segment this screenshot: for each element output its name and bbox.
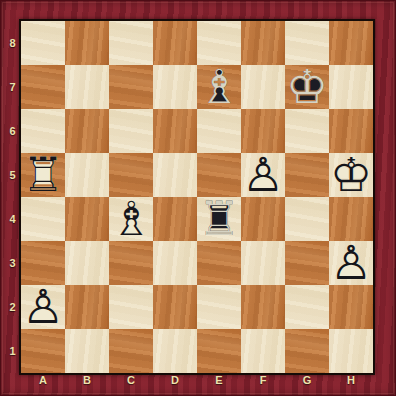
square-b5[interactable] <box>65 153 109 197</box>
square-d6[interactable] <box>153 109 197 153</box>
square-a4[interactable] <box>21 197 65 241</box>
file-label-e: E <box>197 374 241 386</box>
piece-black-bishop-e7[interactable]: ♝♗ <box>197 65 241 109</box>
square-d8[interactable] <box>153 21 197 65</box>
square-a8[interactable] <box>21 21 65 65</box>
square-e1[interactable] <box>197 329 241 373</box>
piece-black-rook-e4[interactable]: ♜♖ <box>197 197 241 241</box>
square-e2[interactable] <box>197 285 241 329</box>
pawn-outline-icon: ♙ <box>21 285 65 329</box>
chessboard: ♝♗♚♔♜♖♟♙♚♔♝♗♜♖♟♙♟♙ <box>19 19 375 375</box>
square-g4[interactable] <box>285 197 329 241</box>
square-c2[interactable] <box>109 285 153 329</box>
square-e3[interactable] <box>197 241 241 285</box>
file-label-d: D <box>153 374 197 386</box>
square-b4[interactable] <box>65 197 109 241</box>
square-a7[interactable] <box>21 65 65 109</box>
piece-white-pawn-h3[interactable]: ♟♙ <box>329 241 373 285</box>
square-h5[interactable]: ♚♔ <box>329 153 373 197</box>
square-d2[interactable] <box>153 285 197 329</box>
square-d5[interactable] <box>153 153 197 197</box>
rank-label-8: 8 <box>0 21 19 65</box>
square-e7[interactable]: ♝♗ <box>197 65 241 109</box>
rank-labels: 87654321 <box>0 21 19 373</box>
square-c6[interactable] <box>109 109 153 153</box>
king-outline-icon: ♔ <box>329 153 373 197</box>
square-d4[interactable] <box>153 197 197 241</box>
file-label-h: H <box>329 374 373 386</box>
square-c8[interactable] <box>109 21 153 65</box>
piece-white-king-h5[interactable]: ♚♔ <box>329 153 373 197</box>
file-labels: ABCDEFGH <box>21 374 373 386</box>
square-f5[interactable]: ♟♙ <box>241 153 285 197</box>
rank-label-5: 5 <box>0 153 19 197</box>
square-f1[interactable] <box>241 329 285 373</box>
square-e4[interactable]: ♜♖ <box>197 197 241 241</box>
file-label-b: B <box>65 374 109 386</box>
square-g1[interactable] <box>285 329 329 373</box>
square-g3[interactable] <box>285 241 329 285</box>
square-g7[interactable]: ♚♔ <box>285 65 329 109</box>
square-h7[interactable] <box>329 65 373 109</box>
file-label-c: C <box>109 374 153 386</box>
piece-white-bishop-c4[interactable]: ♝♗ <box>109 197 153 241</box>
square-h2[interactable] <box>329 285 373 329</box>
square-b6[interactable] <box>65 109 109 153</box>
square-g2[interactable] <box>285 285 329 329</box>
square-b3[interactable] <box>65 241 109 285</box>
square-c1[interactable] <box>109 329 153 373</box>
square-f8[interactable] <box>241 21 285 65</box>
square-h1[interactable] <box>329 329 373 373</box>
file-label-g: G <box>285 374 329 386</box>
square-d1[interactable] <box>153 329 197 373</box>
pawn-outline-icon: ♙ <box>329 241 373 285</box>
chessboard-frame: ♝♗♚♔♜♖♟♙♚♔♝♗♜♖♟♙♟♙ 87654321 ABCDEFGH <box>0 0 396 396</box>
square-f2[interactable] <box>241 285 285 329</box>
square-b1[interactable] <box>65 329 109 373</box>
file-label-f: F <box>241 374 285 386</box>
pawn-outline-icon: ♙ <box>241 153 285 197</box>
square-c3[interactable] <box>109 241 153 285</box>
rank-label-2: 2 <box>0 285 19 329</box>
square-a5[interactable]: ♜♖ <box>21 153 65 197</box>
rook-outline-icon: ♖ <box>197 197 241 241</box>
square-h3[interactable]: ♟♙ <box>329 241 373 285</box>
rank-label-4: 4 <box>0 197 19 241</box>
king-outline-icon: ♔ <box>285 65 329 109</box>
piece-black-king-g7[interactable]: ♚♔ <box>285 65 329 109</box>
square-b7[interactable] <box>65 65 109 109</box>
square-g5[interactable] <box>285 153 329 197</box>
square-b2[interactable] <box>65 285 109 329</box>
rank-label-7: 7 <box>0 65 19 109</box>
square-c4[interactable]: ♝♗ <box>109 197 153 241</box>
square-h8[interactable] <box>329 21 373 65</box>
square-c7[interactable] <box>109 65 153 109</box>
square-d7[interactable] <box>153 65 197 109</box>
bishop-outline-icon: ♗ <box>109 197 153 241</box>
rook-outline-icon: ♖ <box>21 153 65 197</box>
bishop-outline-icon: ♗ <box>197 65 241 109</box>
piece-white-pawn-f5[interactable]: ♟♙ <box>241 153 285 197</box>
square-a1[interactable] <box>21 329 65 373</box>
square-f3[interactable] <box>241 241 285 285</box>
square-b8[interactable] <box>65 21 109 65</box>
rank-label-3: 3 <box>0 241 19 285</box>
square-f7[interactable] <box>241 65 285 109</box>
piece-white-rook-a5[interactable]: ♜♖ <box>21 153 65 197</box>
piece-white-pawn-a2[interactable]: ♟♙ <box>21 285 65 329</box>
square-a2[interactable]: ♟♙ <box>21 285 65 329</box>
rank-label-1: 1 <box>0 329 19 373</box>
rank-label-6: 6 <box>0 109 19 153</box>
square-d3[interactable] <box>153 241 197 285</box>
file-label-a: A <box>21 374 65 386</box>
square-f4[interactable] <box>241 197 285 241</box>
square-g6[interactable] <box>285 109 329 153</box>
square-e6[interactable] <box>197 109 241 153</box>
